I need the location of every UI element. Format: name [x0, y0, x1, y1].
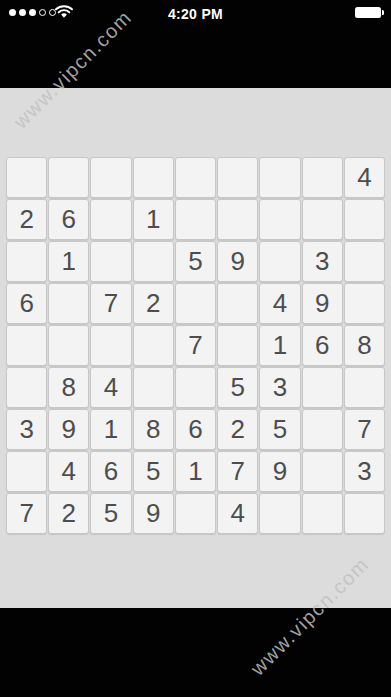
- sudoku-cell[interactable]: [175, 199, 216, 240]
- sudoku-cell[interactable]: [6, 367, 47, 408]
- sudoku-cell[interactable]: [344, 367, 385, 408]
- sudoku-cell[interactable]: 6: [175, 409, 216, 450]
- sudoku-cell[interactable]: 7: [217, 451, 258, 492]
- sudoku-cell[interactable]: [302, 367, 343, 408]
- sudoku-cell[interactable]: [259, 157, 300, 198]
- sudoku-cell[interactable]: [344, 283, 385, 324]
- sudoku-cell[interactable]: 2: [217, 409, 258, 450]
- sudoku-cell[interactable]: 9: [133, 493, 174, 534]
- status-bar-area: 4:20 PM: [0, 0, 391, 88]
- sudoku-cell[interactable]: 8: [133, 409, 174, 450]
- sudoku-board: 4261159367249716884533918625746517937259…: [6, 157, 385, 534]
- sudoku-cell[interactable]: 7: [6, 493, 47, 534]
- phone-screen: 4:20 PM 42611593672497168845339186257465…: [0, 0, 391, 697]
- sudoku-cell[interactable]: 6: [302, 325, 343, 366]
- sudoku-cell[interactable]: 5: [175, 241, 216, 282]
- sudoku-cell[interactable]: 6: [48, 199, 89, 240]
- sudoku-cell[interactable]: 5: [217, 367, 258, 408]
- sudoku-cell[interactable]: 6: [6, 283, 47, 324]
- sudoku-cell[interactable]: 9: [302, 283, 343, 324]
- sudoku-cell[interactable]: [6, 325, 47, 366]
- sudoku-cell[interactable]: 7: [90, 283, 131, 324]
- sudoku-cell[interactable]: [90, 157, 131, 198]
- sudoku-cell[interactable]: 8: [344, 325, 385, 366]
- sudoku-cell[interactable]: 5: [133, 451, 174, 492]
- sudoku-cell[interactable]: 3: [302, 241, 343, 282]
- sudoku-cell[interactable]: [259, 241, 300, 282]
- sudoku-cell[interactable]: 4: [48, 451, 89, 492]
- bottom-bar: [0, 608, 391, 697]
- sudoku-cell[interactable]: 3: [259, 367, 300, 408]
- sudoku-cell[interactable]: 4: [344, 157, 385, 198]
- sudoku-cell[interactable]: 1: [133, 199, 174, 240]
- sudoku-cell[interactable]: 9: [259, 451, 300, 492]
- sudoku-cell[interactable]: 9: [217, 241, 258, 282]
- sudoku-cell[interactable]: [48, 283, 89, 324]
- battery-icon: [355, 7, 381, 18]
- sudoku-cell[interactable]: [217, 199, 258, 240]
- sudoku-cell[interactable]: [344, 493, 385, 534]
- sudoku-cell[interactable]: 6: [90, 451, 131, 492]
- sudoku-cell[interactable]: 3: [344, 451, 385, 492]
- sudoku-cell[interactable]: [133, 367, 174, 408]
- sudoku-cell[interactable]: [217, 325, 258, 366]
- sudoku-cell[interactable]: 2: [6, 199, 47, 240]
- sudoku-cell[interactable]: [90, 241, 131, 282]
- sudoku-cell[interactable]: 3: [6, 409, 47, 450]
- sudoku-cell[interactable]: [259, 199, 300, 240]
- sudoku-cell[interactable]: 4: [259, 283, 300, 324]
- sudoku-cell[interactable]: 7: [175, 325, 216, 366]
- sudoku-cell[interactable]: [302, 451, 343, 492]
- sudoku-cell[interactable]: 8: [48, 367, 89, 408]
- sudoku-cell[interactable]: 7: [344, 409, 385, 450]
- sudoku-cell[interactable]: [175, 283, 216, 324]
- sudoku-cell[interactable]: 1: [90, 409, 131, 450]
- sudoku-cell[interactable]: [175, 493, 216, 534]
- sudoku-cell[interactable]: [302, 409, 343, 450]
- sudoku-cell[interactable]: 4: [217, 493, 258, 534]
- sudoku-cell[interactable]: [217, 157, 258, 198]
- sudoku-cell[interactable]: [259, 493, 300, 534]
- sudoku-cell[interactable]: 1: [259, 325, 300, 366]
- sudoku-cell[interactable]: [6, 451, 47, 492]
- sudoku-cell[interactable]: [133, 241, 174, 282]
- sudoku-cell[interactable]: [302, 493, 343, 534]
- sudoku-cell[interactable]: [133, 157, 174, 198]
- sudoku-cell[interactable]: [302, 157, 343, 198]
- sudoku-cell[interactable]: 5: [90, 493, 131, 534]
- sudoku-cell[interactable]: [48, 325, 89, 366]
- sudoku-cell[interactable]: [175, 157, 216, 198]
- sudoku-cell[interactable]: [344, 241, 385, 282]
- sudoku-cell[interactable]: [344, 199, 385, 240]
- sudoku-cell[interactable]: [175, 367, 216, 408]
- sudoku-cell[interactable]: 1: [48, 241, 89, 282]
- sudoku-cell[interactable]: 5: [259, 409, 300, 450]
- sudoku-cell[interactable]: [90, 199, 131, 240]
- sudoku-cell[interactable]: [133, 325, 174, 366]
- sudoku-cell[interactable]: [302, 199, 343, 240]
- sudoku-cell[interactable]: [6, 241, 47, 282]
- sudoku-cell[interactable]: 9: [48, 409, 89, 450]
- status-time: 4:20 PM: [0, 6, 391, 22]
- sudoku-cell[interactable]: [217, 283, 258, 324]
- sudoku-cell[interactable]: [6, 157, 47, 198]
- status-bar: 4:20 PM: [0, 0, 391, 24]
- sudoku-cell[interactable]: 1: [175, 451, 216, 492]
- sudoku-cell[interactable]: 2: [48, 493, 89, 534]
- sudoku-cell[interactable]: 4: [90, 367, 131, 408]
- sudoku-cell[interactable]: [48, 157, 89, 198]
- sudoku-cell[interactable]: 2: [133, 283, 174, 324]
- sudoku-cell[interactable]: [90, 325, 131, 366]
